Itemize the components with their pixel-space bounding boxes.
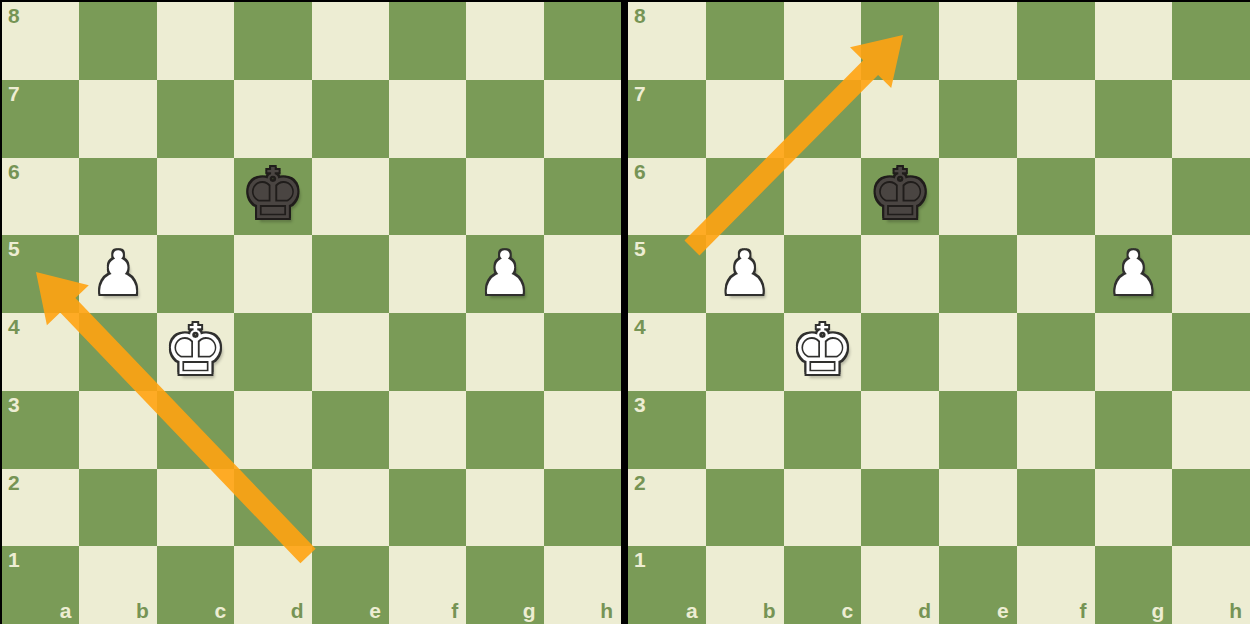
file-label-h: h bbox=[600, 600, 613, 621]
square-g8[interactable] bbox=[1095, 2, 1173, 80]
file-label-f: f bbox=[1080, 600, 1087, 621]
square-h7[interactable] bbox=[1172, 80, 1250, 158]
square-b2[interactable] bbox=[79, 469, 156, 547]
square-h7[interactable] bbox=[544, 80, 621, 158]
square-a3[interactable]: 3 bbox=[2, 391, 79, 469]
square-a4[interactable]: 4 bbox=[2, 313, 79, 391]
square-c3[interactable] bbox=[157, 391, 234, 469]
chess-board-right: 876♚5♟♟4♚321abcdefgh bbox=[628, 2, 1250, 624]
square-c8[interactable] bbox=[784, 2, 862, 80]
square-g5[interactable]: ♟ bbox=[1095, 235, 1173, 313]
square-g5[interactable]: ♟ bbox=[466, 235, 543, 313]
file-label-e: e bbox=[369, 600, 381, 621]
rank-label-5: 5 bbox=[8, 238, 20, 259]
square-b6[interactable] bbox=[79, 158, 156, 236]
square-b1[interactable]: b bbox=[79, 546, 156, 624]
square-b6[interactable] bbox=[706, 158, 784, 236]
white-pawn-g5[interactable]: ♟ bbox=[478, 243, 532, 303]
square-g3[interactable] bbox=[1095, 391, 1173, 469]
square-c1[interactable]: c bbox=[157, 546, 234, 624]
file-label-d: d bbox=[291, 600, 304, 621]
file-label-b: b bbox=[136, 600, 149, 621]
file-label-b: b bbox=[763, 600, 776, 621]
file-label-g: g bbox=[523, 600, 536, 621]
square-c4[interactable]: ♚ bbox=[157, 313, 234, 391]
black-king-d6[interactable]: ♚ bbox=[241, 159, 304, 229]
square-c2[interactable] bbox=[157, 469, 234, 547]
square-h8[interactable] bbox=[1172, 2, 1250, 80]
square-c4[interactable]: ♚ bbox=[784, 313, 862, 391]
square-d1[interactable]: d bbox=[861, 546, 939, 624]
file-label-a: a bbox=[60, 600, 72, 621]
square-e7[interactable] bbox=[312, 80, 389, 158]
rank-label-8: 8 bbox=[634, 5, 646, 26]
square-d4[interactable] bbox=[861, 313, 939, 391]
square-g7[interactable] bbox=[466, 80, 543, 158]
square-c6[interactable] bbox=[784, 158, 862, 236]
square-e6[interactable] bbox=[939, 158, 1017, 236]
square-h2[interactable] bbox=[544, 469, 621, 547]
rank-label-4: 4 bbox=[8, 316, 20, 337]
square-d7[interactable] bbox=[234, 80, 311, 158]
square-f5[interactable] bbox=[1017, 235, 1095, 313]
square-c1[interactable]: c bbox=[784, 546, 862, 624]
square-f5[interactable] bbox=[389, 235, 466, 313]
square-g8[interactable] bbox=[466, 2, 543, 80]
square-b5[interactable]: ♟ bbox=[706, 235, 784, 313]
rank-label-6: 6 bbox=[634, 161, 646, 182]
square-f1[interactable]: f bbox=[389, 546, 466, 624]
square-d5[interactable] bbox=[861, 235, 939, 313]
square-d1[interactable]: d bbox=[234, 546, 311, 624]
square-c7[interactable] bbox=[784, 80, 862, 158]
rank-label-3: 3 bbox=[8, 394, 20, 415]
rank-label-1: 1 bbox=[8, 549, 20, 570]
square-d7[interactable] bbox=[861, 80, 939, 158]
square-f6[interactable] bbox=[1017, 158, 1095, 236]
rank-label-2: 2 bbox=[8, 472, 20, 493]
square-g3[interactable] bbox=[466, 391, 543, 469]
square-c5[interactable] bbox=[157, 235, 234, 313]
board-divider bbox=[621, 2, 628, 624]
white-pawn-b5[interactable]: ♟ bbox=[718, 243, 772, 303]
square-a4[interactable]: 4 bbox=[628, 313, 706, 391]
file-label-c: c bbox=[842, 600, 854, 621]
square-e7[interactable] bbox=[939, 80, 1017, 158]
square-g1[interactable]: g bbox=[1095, 546, 1173, 624]
square-b5[interactable]: ♟ bbox=[79, 235, 156, 313]
square-h6[interactable] bbox=[1172, 158, 1250, 236]
square-h3[interactable] bbox=[1172, 391, 1250, 469]
rank-label-4: 4 bbox=[634, 316, 646, 337]
square-c8[interactable] bbox=[157, 2, 234, 80]
square-e4[interactable] bbox=[312, 313, 389, 391]
square-g4[interactable] bbox=[1095, 313, 1173, 391]
square-h8[interactable] bbox=[544, 2, 621, 80]
square-h5[interactable] bbox=[1172, 235, 1250, 313]
square-e3[interactable] bbox=[939, 391, 1017, 469]
square-a8[interactable]: 8 bbox=[2, 2, 79, 80]
square-b3[interactable] bbox=[79, 391, 156, 469]
file-label-d: d bbox=[918, 600, 931, 621]
square-b7[interactable] bbox=[706, 80, 784, 158]
square-g6[interactable] bbox=[466, 158, 543, 236]
square-d2[interactable] bbox=[861, 469, 939, 547]
square-g7[interactable] bbox=[1095, 80, 1173, 158]
square-c7[interactable] bbox=[157, 80, 234, 158]
square-f6[interactable] bbox=[389, 158, 466, 236]
square-b1[interactable]: b bbox=[706, 546, 784, 624]
file-label-f: f bbox=[451, 600, 458, 621]
square-d6[interactable]: ♚ bbox=[234, 158, 311, 236]
square-e8[interactable] bbox=[312, 2, 389, 80]
rank-label-5: 5 bbox=[634, 238, 646, 259]
square-a1[interactable]: 1a bbox=[628, 546, 706, 624]
rank-label-8: 8 bbox=[8, 5, 20, 26]
square-a3[interactable]: 3 bbox=[628, 391, 706, 469]
square-e2[interactable] bbox=[312, 469, 389, 547]
white-king-c4[interactable]: ♚ bbox=[164, 315, 227, 385]
square-a6[interactable]: 6 bbox=[2, 158, 79, 236]
square-h3[interactable] bbox=[544, 391, 621, 469]
square-f7[interactable] bbox=[389, 80, 466, 158]
square-e4[interactable] bbox=[939, 313, 1017, 391]
black-king-d6[interactable]: ♚ bbox=[869, 159, 932, 229]
square-a7[interactable]: 7 bbox=[628, 80, 706, 158]
square-e2[interactable] bbox=[939, 469, 1017, 547]
square-h1[interactable]: h bbox=[544, 546, 621, 624]
square-g2[interactable] bbox=[466, 469, 543, 547]
square-g6[interactable] bbox=[1095, 158, 1173, 236]
rank-label-6: 6 bbox=[8, 161, 20, 182]
square-d6[interactable]: ♚ bbox=[861, 158, 939, 236]
square-a2[interactable]: 2 bbox=[2, 469, 79, 547]
square-d3[interactable] bbox=[861, 391, 939, 469]
square-c3[interactable] bbox=[784, 391, 862, 469]
square-a1[interactable]: 1a bbox=[2, 546, 79, 624]
square-e1[interactable]: e bbox=[939, 546, 1017, 624]
rank-label-3: 3 bbox=[634, 394, 646, 415]
square-b3[interactable] bbox=[706, 391, 784, 469]
square-f4[interactable] bbox=[1017, 313, 1095, 391]
square-b4[interactable] bbox=[706, 313, 784, 391]
rank-label-7: 7 bbox=[8, 83, 20, 104]
square-b7[interactable] bbox=[79, 80, 156, 158]
rank-label-7: 7 bbox=[634, 83, 646, 104]
square-e5[interactable] bbox=[312, 235, 389, 313]
square-g4[interactable] bbox=[466, 313, 543, 391]
square-a2[interactable]: 2 bbox=[628, 469, 706, 547]
square-h4[interactable] bbox=[1172, 313, 1250, 391]
square-f7[interactable] bbox=[1017, 80, 1095, 158]
white-pawn-g5[interactable]: ♟ bbox=[1106, 243, 1160, 303]
file-label-e: e bbox=[997, 600, 1009, 621]
rank-label-2: 2 bbox=[634, 472, 646, 493]
square-c2[interactable] bbox=[784, 469, 862, 547]
file-label-g: g bbox=[1151, 600, 1164, 621]
side-by-side-chess-boards: 876♚5♟♟4♚321abcdefgh 876♚5♟♟4♚321abcdefg… bbox=[0, 0, 1250, 624]
square-h1[interactable]: h bbox=[1172, 546, 1250, 624]
square-e5[interactable] bbox=[939, 235, 1017, 313]
square-b4[interactable] bbox=[79, 313, 156, 391]
square-f1[interactable]: f bbox=[1017, 546, 1095, 624]
square-g1[interactable]: g bbox=[466, 546, 543, 624]
square-f3[interactable] bbox=[389, 391, 466, 469]
square-d4[interactable] bbox=[234, 313, 311, 391]
chess-board-left: 876♚5♟♟4♚321abcdefgh bbox=[2, 2, 621, 624]
square-b8[interactable] bbox=[79, 2, 156, 80]
square-f3[interactable] bbox=[1017, 391, 1095, 469]
square-f2[interactable] bbox=[1017, 469, 1095, 547]
square-h4[interactable] bbox=[544, 313, 621, 391]
square-a5[interactable]: 5 bbox=[2, 235, 79, 313]
square-d8[interactable] bbox=[861, 2, 939, 80]
square-g2[interactable] bbox=[1095, 469, 1173, 547]
square-d2[interactable] bbox=[234, 469, 311, 547]
square-h5[interactable] bbox=[544, 235, 621, 313]
square-d5[interactable] bbox=[234, 235, 311, 313]
square-h2[interactable] bbox=[1172, 469, 1250, 547]
square-e6[interactable] bbox=[312, 158, 389, 236]
square-b8[interactable] bbox=[706, 2, 784, 80]
square-a6[interactable]: 6 bbox=[628, 158, 706, 236]
square-f8[interactable] bbox=[1017, 2, 1095, 80]
square-c5[interactable] bbox=[784, 235, 862, 313]
square-f2[interactable] bbox=[389, 469, 466, 547]
square-d3[interactable] bbox=[234, 391, 311, 469]
square-f8[interactable] bbox=[389, 2, 466, 80]
square-e1[interactable]: e bbox=[312, 546, 389, 624]
square-e8[interactable] bbox=[939, 2, 1017, 80]
square-a7[interactable]: 7 bbox=[2, 80, 79, 158]
file-label-h: h bbox=[1229, 600, 1242, 621]
white-king-c4[interactable]: ♚ bbox=[791, 315, 854, 385]
square-c6[interactable] bbox=[157, 158, 234, 236]
square-f4[interactable] bbox=[389, 313, 466, 391]
file-label-c: c bbox=[214, 600, 226, 621]
square-a8[interactable]: 8 bbox=[628, 2, 706, 80]
white-pawn-b5[interactable]: ♟ bbox=[91, 243, 145, 303]
square-e3[interactable] bbox=[312, 391, 389, 469]
square-h6[interactable] bbox=[544, 158, 621, 236]
square-b2[interactable] bbox=[706, 469, 784, 547]
rank-label-1: 1 bbox=[634, 549, 646, 570]
square-d8[interactable] bbox=[234, 2, 311, 80]
square-a5[interactable]: 5 bbox=[628, 235, 706, 313]
file-label-a: a bbox=[686, 600, 698, 621]
